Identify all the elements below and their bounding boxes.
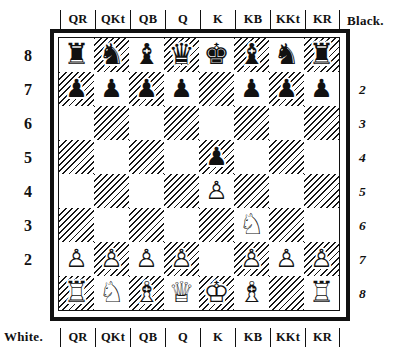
file-label-kb-bottom: KB — [235, 328, 270, 347]
piece-glyph: ♝ — [234, 38, 269, 72]
square-e4[interactable]: ♟♙ — [199, 174, 234, 208]
square-d7[interactable]: ♟♟ — [164, 72, 199, 106]
black-pawn: ♟♟ — [269, 72, 304, 106]
white-pawn: ♟♙ — [199, 174, 234, 208]
square-h8[interactable]: ♜♜ — [304, 38, 339, 72]
white-side-label: White. — [0, 329, 60, 345]
piece-glyph: ♞ — [269, 38, 304, 72]
piece-glyph: ♙ — [164, 242, 199, 276]
square-e1[interactable]: ♚♔ — [199, 276, 234, 310]
piece-glyph: ♛ — [164, 38, 199, 72]
square-g2[interactable]: ♟♙ — [269, 242, 304, 276]
square-g4[interactable] — [269, 174, 304, 208]
square-h3[interactable] — [304, 208, 339, 242]
white-pawn: ♟♙ — [269, 242, 304, 276]
square-a5[interactable] — [59, 140, 94, 174]
piece-glyph: ♙ — [199, 174, 234, 208]
white-pawn: ♟♙ — [94, 242, 129, 276]
white-king: ♚♔ — [199, 276, 234, 310]
square-f6[interactable] — [234, 106, 269, 140]
file-label-k-bottom: K — [200, 328, 235, 347]
piece-glyph: ♕ — [164, 276, 199, 310]
rank-label-left-row5: 3 — [0, 209, 50, 243]
black-pawn: ♟♟ — [164, 72, 199, 106]
rank-label-right-row7: 8 — [350, 277, 400, 311]
top-file-label-row: QRQKtQBQKKBKKtKR Black. — [0, 5, 400, 29]
square-c7[interactable]: ♟♟ — [129, 72, 164, 106]
black-pawn: ♟♟ — [59, 72, 94, 106]
board-frame: ♜♜♞♞♝♝♛♛♚♚♝♝♞♞♜♜♟♟♟♟♟♟♟♟♟♟♟♟♟♟♟♟♟♙♞♘♟♙♟♙… — [50, 29, 350, 321]
rank-label-right-row4: 5 — [350, 175, 400, 209]
black-pawn: ♟♟ — [234, 72, 269, 106]
piece-glyph: ♜ — [304, 38, 339, 72]
piece-glyph: ♟ — [234, 72, 269, 106]
piece-glyph: ♔ — [199, 276, 234, 310]
black-pawn: ♟♟ — [129, 72, 164, 106]
file-label-kkt-top: KKt — [270, 10, 305, 29]
rank-label-right-row3: 4 — [350, 141, 400, 175]
black-bishop: ♝♝ — [234, 38, 269, 72]
piece-glyph: ♜ — [59, 38, 94, 72]
white-pawn: ♟♙ — [164, 242, 199, 276]
rank-label-right-row6: 7 — [350, 243, 400, 277]
square-f5[interactable] — [234, 140, 269, 174]
square-g1[interactable] — [269, 276, 304, 310]
black-pawn: ♟♟ — [199, 140, 234, 174]
square-e8[interactable]: ♚♚ — [199, 38, 234, 72]
square-b4[interactable] — [94, 174, 129, 208]
piece-glyph: ♞ — [94, 38, 129, 72]
piece-glyph: ♙ — [59, 242, 94, 276]
square-c2[interactable]: ♟♙ — [129, 242, 164, 276]
square-g5[interactable] — [269, 140, 304, 174]
white-pawn: ♟♙ — [304, 242, 339, 276]
black-rook: ♜♜ — [304, 38, 339, 72]
square-c8[interactable]: ♝♝ — [129, 38, 164, 72]
piece-glyph: ♟ — [129, 72, 164, 106]
white-rook: ♜♖ — [59, 276, 94, 310]
piece-glyph: ♟ — [199, 140, 234, 174]
rank-label-left-row3: 5 — [0, 141, 50, 175]
square-a7[interactable]: ♟♟ — [59, 72, 94, 106]
square-f8[interactable]: ♝♝ — [234, 38, 269, 72]
square-c5[interactable] — [129, 140, 164, 174]
file-label-q-top: Q — [165, 10, 200, 29]
piece-glyph: ♚ — [199, 38, 234, 72]
square-g8[interactable]: ♞♞ — [269, 38, 304, 72]
white-knight: ♞♘ — [234, 208, 269, 242]
black-side-label: Black. — [347, 13, 384, 29]
chess-diagram-page: QRQKtQBQKKBKKtKR Black. 8765432 ♜♜♞♞♝♝♛♛… — [0, 0, 400, 360]
piece-glyph: ♙ — [269, 242, 304, 276]
piece-glyph: ♝ — [129, 38, 164, 72]
square-d4[interactable] — [164, 174, 199, 208]
rank-labels-left: 8765432 — [0, 29, 50, 321]
square-e2[interactable] — [199, 242, 234, 276]
square-d6[interactable] — [164, 106, 199, 140]
square-h2[interactable]: ♟♙ — [304, 242, 339, 276]
rank-label-left-row7 — [0, 277, 50, 311]
square-e7[interactable] — [199, 72, 234, 106]
square-b3[interactable] — [94, 208, 129, 242]
white-bishop: ♝♗ — [129, 276, 164, 310]
file-label-kkt-bottom: KKt — [270, 328, 305, 347]
piece-glyph: ♘ — [234, 208, 269, 242]
square-d8[interactable]: ♛♛ — [164, 38, 199, 72]
rank-label-left-row6: 2 — [0, 243, 50, 277]
square-g3[interactable] — [269, 208, 304, 242]
square-f2[interactable]: ♟♙ — [234, 242, 269, 276]
square-g6[interactable] — [269, 106, 304, 140]
rank-label-right-row0 — [350, 39, 400, 73]
square-c6[interactable] — [129, 106, 164, 140]
bottom-file-label-row: White. QRQKtQBQKKBKKtKR — [0, 323, 400, 351]
square-a3[interactable] — [59, 208, 94, 242]
file-label-k-top: K — [200, 10, 235, 29]
board-grid: ♜♜♞♞♝♝♛♛♚♚♝♝♞♞♜♜♟♟♟♟♟♟♟♟♟♟♟♟♟♟♟♟♟♙♞♘♟♙♟♙… — [58, 37, 340, 311]
rank-label-right-row2: 3 — [350, 107, 400, 141]
piece-glyph: ♟ — [164, 72, 199, 106]
square-h5[interactable] — [304, 140, 339, 174]
square-d5[interactable] — [164, 140, 199, 174]
rank-label-left-row1: 7 — [0, 73, 50, 107]
file-label-kb-top: KB — [235, 10, 270, 29]
square-e3[interactable] — [199, 208, 234, 242]
piece-glyph: ♙ — [234, 242, 269, 276]
file-label-qr-bottom: QR — [60, 328, 95, 347]
file-label-qr-top: QR — [60, 10, 95, 29]
square-a6[interactable] — [59, 106, 94, 140]
piece-glyph: ♟ — [269, 72, 304, 106]
square-f3[interactable]: ♞♘ — [234, 208, 269, 242]
black-knight: ♞♞ — [94, 38, 129, 72]
square-h4[interactable] — [304, 174, 339, 208]
square-c1[interactable]: ♝♗ — [129, 276, 164, 310]
white-knight: ♞♘ — [94, 276, 129, 310]
piece-glyph: ♟ — [59, 72, 94, 106]
file-label-kr-bottom: KR — [305, 328, 340, 347]
file-label-qb-top: QB — [130, 10, 165, 29]
square-a8[interactable]: ♜♜ — [59, 38, 94, 72]
square-c4[interactable] — [129, 174, 164, 208]
square-c3[interactable] — [129, 208, 164, 242]
square-a4[interactable] — [59, 174, 94, 208]
piece-glyph: ♘ — [94, 276, 129, 310]
square-f7[interactable]: ♟♟ — [234, 72, 269, 106]
file-label-q-bottom: Q — [165, 328, 200, 347]
white-bishop: ♝♗ — [234, 276, 269, 310]
piece-glyph: ♙ — [304, 242, 339, 276]
white-pawn: ♟♙ — [59, 242, 94, 276]
square-d3[interactable] — [164, 208, 199, 242]
piece-glyph: ♗ — [234, 276, 269, 310]
square-d1[interactable]: ♛♕ — [164, 276, 199, 310]
rank-label-left-row0: 8 — [0, 39, 50, 73]
square-a2[interactable]: ♟♙ — [59, 242, 94, 276]
square-h1[interactable]: ♜♖ — [304, 276, 339, 310]
piece-glyph: ♟ — [94, 72, 129, 106]
black-pawn: ♟♟ — [94, 72, 129, 106]
white-rook: ♜♖ — [304, 276, 339, 310]
file-label-kr-top: KR — [305, 10, 340, 29]
board-band: 8765432 ♜♜♞♞♝♝♛♛♚♚♝♝♞♞♜♜♟♟♟♟♟♟♟♟♟♟♟♟♟♟♟♟… — [0, 29, 400, 321]
black-rook: ♜♜ — [59, 38, 94, 72]
square-b5[interactable] — [94, 140, 129, 174]
square-h6[interactable] — [304, 106, 339, 140]
rank-label-right-row5: 6 — [350, 209, 400, 243]
file-label-qkt-bottom: QKt — [95, 328, 130, 347]
white-queen: ♛♕ — [164, 276, 199, 310]
file-label-qb-bottom: QB — [130, 328, 165, 347]
black-knight: ♞♞ — [269, 38, 304, 72]
square-b1[interactable]: ♞♘ — [94, 276, 129, 310]
piece-glyph: ♖ — [59, 276, 94, 310]
square-g7[interactable]: ♟♟ — [269, 72, 304, 106]
rank-label-right-row1: 2 — [350, 73, 400, 107]
square-e6[interactable] — [199, 106, 234, 140]
file-labels-bottom: QRQKtQBQKKBKKtKR — [60, 328, 340, 347]
black-king: ♚♚ — [199, 38, 234, 72]
file-labels-top: QRQKtQBQKKBKKtKR — [60, 10, 340, 29]
piece-glyph: ♗ — [129, 276, 164, 310]
square-h7[interactable]: ♟♟ — [304, 72, 339, 106]
piece-glyph: ♖ — [304, 276, 339, 310]
rank-labels-right: 2345678 — [350, 29, 400, 321]
square-b2[interactable]: ♟♙ — [94, 242, 129, 276]
square-e5[interactable]: ♟♟ — [199, 140, 234, 174]
file-label-qkt-top: QKt — [95, 10, 130, 29]
piece-glyph: ♟ — [304, 72, 339, 106]
white-pawn: ♟♙ — [234, 242, 269, 276]
square-b8[interactable]: ♞♞ — [94, 38, 129, 72]
square-d2[interactable]: ♟♙ — [164, 242, 199, 276]
black-pawn: ♟♟ — [304, 72, 339, 106]
square-b6[interactable] — [94, 106, 129, 140]
black-queen: ♛♛ — [164, 38, 199, 72]
square-f4[interactable] — [234, 174, 269, 208]
piece-glyph: ♙ — [94, 242, 129, 276]
white-pawn: ♟♙ — [129, 242, 164, 276]
black-bishop: ♝♝ — [129, 38, 164, 72]
square-b7[interactable]: ♟♟ — [94, 72, 129, 106]
rank-label-left-row2: 6 — [0, 107, 50, 141]
square-f1[interactable]: ♝♗ — [234, 276, 269, 310]
rank-label-left-row4: 4 — [0, 175, 50, 209]
square-a1[interactable]: ♜♖ — [59, 276, 94, 310]
piece-glyph: ♙ — [129, 242, 164, 276]
